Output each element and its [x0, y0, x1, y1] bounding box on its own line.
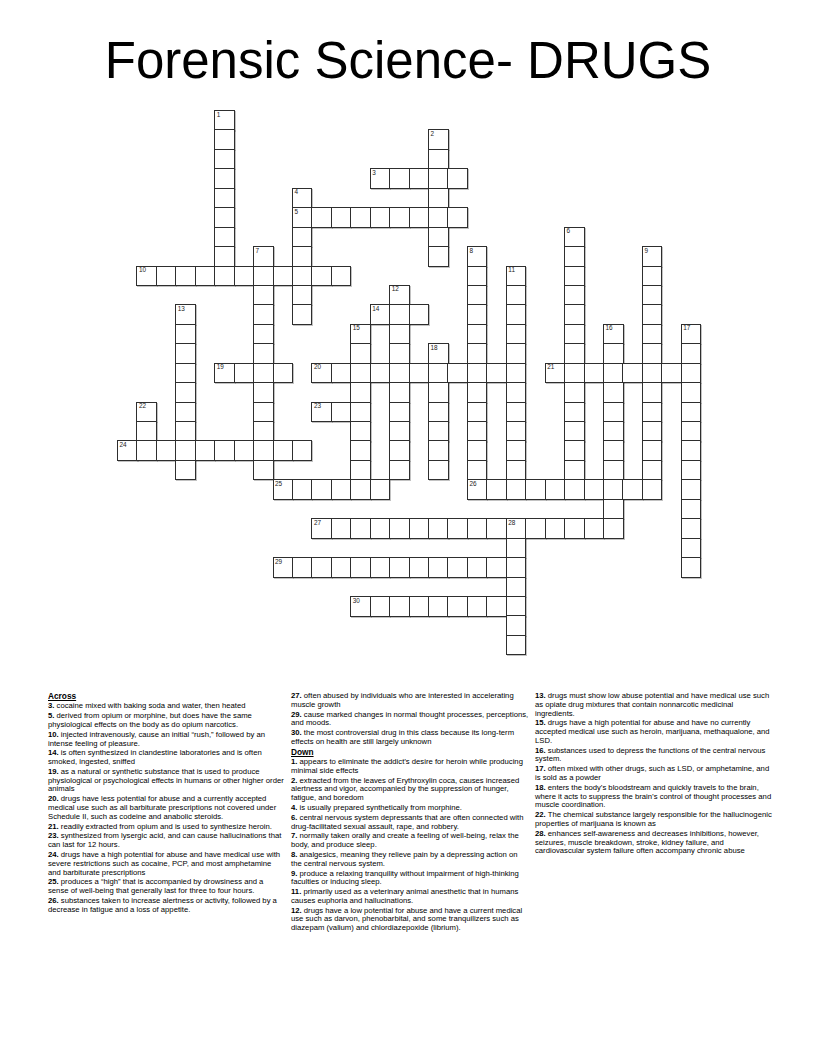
cell-number: 16	[606, 325, 613, 331]
grid-cell-r8c1[interactable]: 10	[136, 266, 157, 287]
grid-cell-r25c17[interactable]	[447, 596, 468, 617]
cell-number: 13	[178, 306, 185, 312]
grid-cell-r22c20[interactable]	[506, 538, 527, 559]
grid-cell-r13c26[interactable]	[622, 363, 643, 384]
cell-number: 26	[469, 481, 476, 487]
clue-across-20: 20. drugs have less potential for abuse …	[48, 795, 286, 821]
grid-cell-r5c17[interactable]	[447, 207, 468, 228]
grid-cell-r19c26[interactable]	[622, 479, 643, 500]
grid-cell-r12c7[interactable]	[253, 343, 274, 364]
grid-cell-r10c27[interactable]	[642, 304, 663, 325]
grid-cell-r7c7[interactable]: 7	[253, 246, 274, 267]
grid-cell-r17c8[interactable]	[273, 440, 294, 461]
grid-cell-r7c9[interactable]	[292, 246, 313, 267]
grid-cell-r15c7[interactable]	[253, 402, 274, 423]
grid-cell-r21c17[interactable]	[447, 518, 468, 539]
grid-cell-r17c12[interactable]	[350, 440, 371, 461]
grid-cell-r13c23[interactable]	[564, 363, 585, 384]
grid-cell-r21c23[interactable]	[564, 518, 585, 539]
grid-cell-r15c1[interactable]: 22	[136, 402, 157, 423]
grid-cell-r3c13[interactable]: 3	[370, 168, 391, 189]
grid-cell-r12c29[interactable]	[681, 343, 702, 364]
grid-cell-r16c14[interactable]	[389, 421, 410, 442]
grid-cell-r16c23[interactable]	[564, 421, 585, 442]
grid-cell-r3c17[interactable]	[447, 168, 468, 189]
clue-down-16: 16. substances used to depress the funct…	[535, 747, 773, 765]
cell-number: 1	[217, 112, 221, 118]
clue-number: 11.	[291, 887, 303, 896]
grid-cell-r5c16[interactable]	[428, 207, 449, 228]
clue-number: 15.	[535, 718, 548, 727]
grid-cell-r21c22[interactable]	[545, 518, 566, 539]
grid-cell-r16c25[interactable]	[603, 421, 624, 442]
cell-number: 30	[353, 598, 360, 604]
grid-cell-r9c27[interactable]	[642, 285, 663, 306]
cell-number: 9	[644, 248, 648, 254]
grid-cell-r17c3[interactable]	[175, 440, 196, 461]
grid-cell-r4c9[interactable]: 4	[292, 188, 313, 209]
grid-cell-r18c14[interactable]	[389, 460, 410, 481]
grid-cell-r4c5[interactable]	[214, 188, 235, 209]
clue-across-30: 30. the most controversial drug in this …	[291, 729, 529, 747]
grid-cell-r17c20[interactable]	[506, 440, 527, 461]
grid-cell-r7c5[interactable]	[214, 246, 235, 267]
grid-cell-r16c18[interactable]	[467, 421, 488, 442]
grid-cell-r11c7[interactable]	[253, 324, 274, 345]
grid-cell-r25c13[interactable]	[370, 596, 391, 617]
grid-cell-r25c12[interactable]: 30	[350, 596, 371, 617]
grid-cell-r17c0[interactable]: 24	[117, 440, 138, 461]
grid-cell-r21c15[interactable]	[409, 518, 430, 539]
grid-cell-r14c23[interactable]	[564, 382, 585, 403]
grid-cell-r23c9[interactable]	[292, 557, 313, 578]
grid-cell-r23c16[interactable]	[428, 557, 449, 578]
clue-down-22: 22. The chemical substance largely respo…	[535, 811, 773, 829]
grid-cell-r17c23[interactable]	[564, 440, 585, 461]
grid-cell-r8c8[interactable]	[273, 266, 294, 287]
clue-across-25: 25. produces a “high” that is accompanie…	[48, 878, 286, 896]
grid-cell-r16c20[interactable]	[506, 421, 527, 442]
grid-cell-r19c21[interactable]	[525, 479, 546, 500]
grid-cell-r15c25[interactable]	[603, 402, 624, 423]
grid-cell-r16c1[interactable]	[136, 421, 157, 442]
grid-cell-r19c18[interactable]: 26	[467, 479, 488, 500]
grid-cell-r8c20[interactable]: 11	[506, 266, 527, 287]
grid-cell-r19c25[interactable]	[603, 479, 624, 500]
cell-number: 8	[469, 248, 473, 254]
grid-cell-r4c16[interactable]	[428, 188, 449, 209]
grid-cell-r8c9[interactable]	[292, 266, 313, 287]
cell-number: 2	[431, 131, 435, 137]
grid-cell-r16c7[interactable]	[253, 421, 274, 442]
grid-cell-r5c15[interactable]	[409, 207, 430, 228]
grid-cell-r21c12[interactable]	[350, 518, 371, 539]
grid-cell-r14c29[interactable]	[681, 382, 702, 403]
grid-cell-r23c13[interactable]	[370, 557, 391, 578]
grid-cell-r24c20[interactable]	[506, 577, 527, 598]
grid-cell-r13c28[interactable]	[661, 363, 682, 384]
clue-down-11: 11. primarily used as a veterinary anima…	[291, 888, 529, 906]
grid-cell-r21c13[interactable]	[370, 518, 391, 539]
grid-cell-r23c17[interactable]	[447, 557, 468, 578]
grid-cell-r18c3[interactable]	[175, 460, 196, 481]
grid-cell-r17c25[interactable]	[603, 440, 624, 461]
grid-cell-r16c27[interactable]	[642, 421, 663, 442]
grid-cell-r15c16[interactable]	[428, 402, 449, 423]
cell-number: 20	[314, 364, 321, 370]
clue-down-13: 13. drugs must show low abuse potential …	[535, 692, 773, 718]
grid-cell-r12c3[interactable]	[175, 343, 196, 364]
grid-cell-r19c29[interactable]	[681, 479, 702, 500]
grid-cell-r21c25[interactable]	[603, 518, 624, 539]
grid-cell-r20c25[interactable]	[603, 499, 624, 520]
grid-cell-r18c27[interactable]	[642, 460, 663, 481]
grid-cell-r19c23[interactable]	[564, 479, 585, 500]
grid-cell-r8c27[interactable]	[642, 266, 663, 287]
grid-cell-r17c4[interactable]	[195, 440, 216, 461]
clue-down-28: 28. enhances self-awareness and decrease…	[535, 830, 773, 856]
grid-cell-r8c4[interactable]	[195, 266, 216, 287]
grid-cell-r23c18[interactable]	[467, 557, 488, 578]
grid-cell-r16c12[interactable]	[350, 421, 371, 442]
grid-cell-r15c29[interactable]	[681, 402, 702, 423]
grid-cell-r23c8[interactable]: 29	[273, 557, 294, 578]
cell-number: 22	[139, 403, 146, 409]
grid-cell-r18c29[interactable]	[681, 460, 702, 481]
grid-cell-r25c14[interactable]	[389, 596, 410, 617]
grid-cell-r21c20[interactable]: 28	[506, 518, 527, 539]
grid-cell-r13c18[interactable]	[467, 363, 488, 384]
grid-cell-r7c18[interactable]: 8	[467, 246, 488, 267]
cell-number: 19	[217, 364, 224, 370]
grid-cell-r3c15[interactable]	[409, 168, 430, 189]
grid-cell-r7c23[interactable]	[564, 246, 585, 267]
grid-cell-r23c15[interactable]	[409, 557, 430, 578]
grid-cell-r10c13[interactable]: 14	[370, 304, 391, 325]
grid-cell-r9c23[interactable]	[564, 285, 585, 306]
grid-cell-r15c12[interactable]	[350, 402, 371, 423]
cell-number: 12	[392, 286, 399, 292]
grid-cell-r17c14[interactable]	[389, 440, 410, 461]
grid-cell-r1c5[interactable]	[214, 129, 235, 150]
grid-cell-r7c16[interactable]	[428, 246, 449, 267]
grid-cell-r25c15[interactable]	[409, 596, 430, 617]
grid-cell-r10c23[interactable]	[564, 304, 585, 325]
grid-cell-r19c11[interactable]	[331, 479, 352, 500]
grid-cell-r15c18[interactable]	[467, 402, 488, 423]
grid-cell-r10c3[interactable]: 13	[175, 304, 196, 325]
grid-cell-r18c16[interactable]	[428, 460, 449, 481]
grid-cell-r13c27[interactable]	[642, 363, 663, 384]
grid-cell-r8c6[interactable]	[234, 266, 255, 287]
grid-cell-r5c12[interactable]	[350, 207, 371, 228]
grid-cell-r3c16[interactable]	[428, 168, 449, 189]
clue-across-5: 5. derived from opium or morphine, but d…	[48, 712, 286, 730]
grid-cell-r11c14[interactable]	[389, 324, 410, 345]
grid-cell-r21c19[interactable]	[486, 518, 507, 539]
clue-across-21: 21. readily extracted from opium and is …	[48, 823, 286, 832]
grid-cell-r14c12[interactable]	[350, 382, 371, 403]
cell-number: 14	[372, 306, 379, 312]
grid-cell-r15c10[interactable]: 23	[311, 402, 332, 423]
grid-cell-r21c21[interactable]	[525, 518, 546, 539]
grid-cell-r3c14[interactable]	[389, 168, 410, 189]
grid-cell-r11c20[interactable]	[506, 324, 527, 345]
grid-cell-r8c23[interactable]	[564, 266, 585, 287]
grid-cell-r18c12[interactable]	[350, 460, 371, 481]
grid-cell-r19c9[interactable]	[292, 479, 313, 500]
grid-cell-r6c23[interactable]: 6	[564, 227, 585, 248]
grid-cell-r17c18[interactable]	[467, 440, 488, 461]
grid-cell-r15c14[interactable]	[389, 402, 410, 423]
grid-cell-r13c12[interactable]	[350, 363, 371, 384]
grid-cell-r13c6[interactable]	[234, 363, 255, 384]
clue-column-3: 13. drugs must show low abuse potential …	[535, 692, 773, 857]
grid-cell-r12c12[interactable]	[350, 343, 371, 364]
grid-cell-r2c5[interactable]	[214, 149, 235, 170]
grid-cell-r11c25[interactable]: 16	[603, 324, 624, 345]
grid-cell-r16c16[interactable]	[428, 421, 449, 442]
grid-cell-r5c11[interactable]	[331, 207, 352, 228]
grid-cell-r13c25[interactable]	[603, 363, 624, 384]
grid-cell-r23c14[interactable]	[389, 557, 410, 578]
cell-number: 17	[683, 325, 690, 331]
clue-number: 6.	[291, 813, 300, 822]
grid-cell-r19c10[interactable]	[311, 479, 332, 500]
grid-cell-r11c3[interactable]	[175, 324, 196, 345]
grid-cell-r19c24[interactable]	[584, 479, 605, 500]
grid-cell-r18c23[interactable]	[564, 460, 585, 481]
grid-cell-r21c14[interactable]	[389, 518, 410, 539]
clue-number: 26.	[48, 896, 61, 905]
clue-across-26: 26. substances taken to increase alertne…	[48, 897, 286, 915]
cell-number: 15	[353, 325, 360, 331]
clue-number: 8.	[291, 850, 300, 859]
clue-number: 27.	[291, 691, 304, 700]
grid-cell-r25c19[interactable]	[486, 596, 507, 617]
grid-cell-r21c18[interactable]	[467, 518, 488, 539]
grid-cell-r14c27[interactable]	[642, 382, 663, 403]
grid-cell-r15c23[interactable]	[564, 402, 585, 423]
grid-cell-r10c15[interactable]	[409, 304, 430, 325]
grid-cell-r9c18[interactable]	[467, 285, 488, 306]
grid-cell-r21c29[interactable]	[681, 518, 702, 539]
cell-number: 25	[275, 481, 282, 487]
grid-cell-r8c10[interactable]	[311, 266, 332, 287]
grid-cell-r25c18[interactable]	[467, 596, 488, 617]
clue-down-18: 18. enters the body’s bloodstream and qu…	[535, 784, 773, 810]
grid-cell-r19c22[interactable]	[545, 479, 566, 500]
clue-number: 20.	[48, 794, 61, 803]
grid-cell-r19c13[interactable]	[370, 479, 391, 500]
grid-cell-r15c27[interactable]	[642, 402, 663, 423]
grid-cell-r20c29[interactable]	[681, 499, 702, 520]
grid-cell-r5c5[interactable]	[214, 207, 235, 228]
grid-cell-r6c16[interactable]	[428, 227, 449, 248]
grid-cell-r13c17[interactable]	[447, 363, 468, 384]
clue-section-header-across: Across	[48, 692, 286, 701]
grid-cell-r21c10[interactable]: 27	[311, 518, 332, 539]
grid-cell-r9c20[interactable]	[506, 285, 527, 306]
grid-cell-r10c14[interactable]	[389, 304, 410, 325]
grid-cell-r27c20[interactable]	[506, 635, 527, 656]
grid-cell-r10c18[interactable]	[467, 304, 488, 325]
grid-cell-r14c18[interactable]	[467, 382, 488, 403]
grid-cell-r16c3[interactable]	[175, 421, 196, 442]
clue-across-29: 29. cause marked changes in normal thoug…	[291, 711, 529, 729]
grid-cell-r23c12[interactable]	[350, 557, 371, 578]
grid-cell-r10c9[interactable]	[292, 304, 313, 325]
clue-down-1: 1. appears to eliminate the addict’s des…	[291, 758, 529, 776]
grid-cell-r13c13[interactable]	[370, 363, 391, 384]
grid-cell-r0c5[interactable]: 1	[214, 110, 235, 131]
crossword-grid: 1234567891011121314151617181920212223242…	[117, 110, 702, 656]
grid-cell-r25c20[interactable]	[506, 596, 527, 617]
clue-across-27: 27. often abused by individuals who are …	[291, 692, 529, 710]
grid-cell-r11c29[interactable]: 17	[681, 324, 702, 345]
grid-cell-r14c14[interactable]	[389, 382, 410, 403]
grid-cell-r9c9[interactable]	[292, 285, 313, 306]
grid-cell-r21c24[interactable]	[584, 518, 605, 539]
grid-cell-r18c20[interactable]	[506, 460, 527, 481]
grid-cell-r11c18[interactable]	[467, 324, 488, 345]
grid-cell-r16c29[interactable]	[681, 421, 702, 442]
grid-cell-r8c7[interactable]	[253, 266, 274, 287]
grid-cell-r13c29[interactable]	[681, 363, 702, 384]
cell-number: 24	[120, 442, 127, 448]
grid-cell-r17c29[interactable]	[681, 440, 702, 461]
grid-cell-r17c7[interactable]	[253, 440, 274, 461]
clue-section-header-down: Down	[291, 748, 529, 757]
clue-number: 22.	[535, 810, 548, 819]
grid-cell-r23c20[interactable]	[506, 557, 527, 578]
clue-number: 16.	[535, 746, 548, 755]
grid-cell-r13c24[interactable]	[584, 363, 605, 384]
grid-cell-r17c9[interactable]	[292, 440, 313, 461]
grid-cell-r19c12[interactable]	[350, 479, 371, 500]
grid-cell-r8c5[interactable]	[214, 266, 235, 287]
grid-cell-r17c6[interactable]	[234, 440, 255, 461]
grid-cell-r21c16[interactable]	[428, 518, 449, 539]
grid-cell-r23c29[interactable]	[681, 557, 702, 578]
grid-cell-r11c12[interactable]: 15	[350, 324, 371, 345]
grid-cell-r5c10[interactable]	[311, 207, 332, 228]
grid-cell-r14c3[interactable]	[175, 382, 196, 403]
clue-number: 12.	[291, 906, 304, 915]
grid-cell-r12c14[interactable]	[389, 343, 410, 364]
grid-cell-r13c11[interactable]	[331, 363, 352, 384]
grid-cell-r18c7[interactable]	[253, 460, 274, 481]
grid-cell-r12c23[interactable]	[564, 343, 585, 364]
grid-cell-r10c20[interactable]	[506, 304, 527, 325]
cell-number: 7	[256, 248, 260, 254]
grid-cell-r3c5[interactable]	[214, 168, 235, 189]
grid-cell-r13c5[interactable]: 19	[214, 363, 235, 384]
grid-cell-r12c18[interactable]	[467, 343, 488, 364]
grid-cell-r17c5[interactable]	[214, 440, 235, 461]
grid-cell-r11c27[interactable]	[642, 324, 663, 345]
clue-number: 18.	[535, 783, 548, 792]
clue-down-7: 7. normally taken orally and create a fe…	[291, 832, 529, 850]
grid-cell-r13c22[interactable]: 21	[545, 363, 566, 384]
clue-across-24: 24. drugs have a high potential for abus…	[48, 851, 286, 877]
grid-cell-r19c8[interactable]: 25	[273, 479, 294, 500]
grid-cell-r19c19[interactable]	[486, 479, 507, 500]
grid-cell-r23c19[interactable]	[486, 557, 507, 578]
grid-cell-r17c27[interactable]	[642, 440, 663, 461]
grid-cell-r13c7[interactable]	[253, 363, 274, 384]
grid-cell-r5c13[interactable]	[370, 207, 391, 228]
grid-cell-r13c15[interactable]	[409, 363, 430, 384]
clue-column-1: Across3. cocaine mixed with baking soda …	[48, 692, 286, 915]
grid-cell-r13c14[interactable]	[389, 363, 410, 384]
grid-cell-r13c20[interactable]	[506, 363, 527, 384]
grid-cell-r13c16[interactable]	[428, 363, 449, 384]
grid-cell-r5c9[interactable]: 5	[292, 207, 313, 228]
grid-cell-r13c3[interactable]	[175, 363, 196, 384]
grid-cell-r18c25[interactable]	[603, 460, 624, 481]
grid-cell-r12c16[interactable]: 18	[428, 343, 449, 364]
grid-cell-r15c11[interactable]	[331, 402, 352, 423]
grid-cell-r19c27[interactable]	[642, 479, 663, 500]
clue-number: 19.	[48, 767, 61, 776]
grid-cell-r1c16[interactable]: 2	[428, 129, 449, 150]
grid-cell-r17c1[interactable]	[136, 440, 157, 461]
grid-cell-r6c9[interactable]	[292, 227, 313, 248]
grid-cell-r17c16[interactable]	[428, 440, 449, 461]
page-title: Forensic Science- DRUGS	[0, 34, 816, 88]
grid-cell-r8c3[interactable]	[175, 266, 196, 287]
grid-cell-r18c18[interactable]	[467, 460, 488, 481]
grid-cell-r5c14[interactable]	[389, 207, 410, 228]
grid-cell-r12c25[interactable]	[603, 343, 624, 364]
grid-cell-r7c27[interactable]: 9	[642, 246, 663, 267]
grid-cell-r21c11[interactable]	[331, 518, 352, 539]
grid-cell-r14c25[interactable]	[603, 382, 624, 403]
grid-cell-r8c18[interactable]	[467, 266, 488, 287]
grid-cell-r8c11[interactable]	[331, 266, 352, 287]
grid-cell-r11c23[interactable]	[564, 324, 585, 345]
grid-cell-r12c20[interactable]	[506, 343, 527, 364]
grid-cell-r8c2[interactable]	[156, 266, 177, 287]
grid-cell-r26c20[interactable]	[506, 615, 527, 636]
clue-number: 10.	[48, 730, 61, 739]
grid-cell-r17c2[interactable]	[156, 440, 177, 461]
grid-cell-r23c10[interactable]	[311, 557, 332, 578]
grid-cell-r15c3[interactable]	[175, 402, 196, 423]
grid-cell-r25c16[interactable]	[428, 596, 449, 617]
grid-cell-r22c29[interactable]	[681, 538, 702, 559]
grid-cell-r9c7[interactable]	[253, 285, 274, 306]
grid-cell-r14c16[interactable]	[428, 382, 449, 403]
clue-number: 28.	[535, 829, 548, 838]
grid-cell-r14c7[interactable]	[253, 382, 274, 403]
clue-down-2: 2. extracted from the leaves of Erythrox…	[291, 777, 529, 803]
grid-cell-r14c20[interactable]	[506, 382, 527, 403]
grid-cell-r9c14[interactable]: 12	[389, 285, 410, 306]
clue-across-23: 23. synthesized from lysergic acid, and …	[48, 832, 286, 850]
grid-cell-r10c7[interactable]	[253, 304, 274, 325]
grid-cell-r13c8[interactable]	[273, 363, 294, 384]
grid-cell-r15c20[interactable]	[506, 402, 527, 423]
grid-cell-r19c20[interactable]	[506, 479, 527, 500]
grid-cell-r13c10[interactable]: 20	[311, 363, 332, 384]
grid-cell-r12c27[interactable]	[642, 343, 663, 364]
grid-cell-r6c5[interactable]	[214, 227, 235, 248]
grid-cell-r23c11[interactable]	[331, 557, 352, 578]
grid-cell-r13c19[interactable]	[486, 363, 507, 384]
grid-cell-r2c16[interactable]	[428, 149, 449, 170]
